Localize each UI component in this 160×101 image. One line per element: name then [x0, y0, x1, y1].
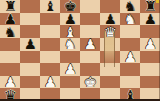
piece-white-knight-g7[interactable]: ♞: [123, 13, 136, 25]
piece-white-pawn-a2[interactable]: ♟: [3, 76, 16, 88]
piece-white-knight-d5[interactable]: ♞: [63, 38, 76, 50]
square-e2[interactable]: ♚: [80, 76, 100, 89]
square-f2[interactable]: [100, 76, 120, 89]
square-h5[interactable]: ♟: [140, 38, 160, 51]
piece-white-pawn-c2[interactable]: ♟: [43, 76, 56, 88]
square-c7[interactable]: [40, 13, 60, 26]
board-bottom-edge: [0, 99, 160, 101]
piece-white-king-e2[interactable]: ♚: [83, 76, 96, 88]
square-b3[interactable]: [20, 63, 40, 76]
square-c4[interactable]: [40, 51, 60, 64]
piece-black-pawn-d7[interactable]: ♟: [63, 13, 76, 25]
square-b5[interactable]: ♟: [20, 38, 40, 51]
board-right-edge: [159, 0, 160, 101]
chess-board-window: ♜♝♚♞♜♟♟♟♞♟♞♝♛♟♞♟♟♟♟♟♟♚♛♝: [0, 0, 160, 101]
square-e4[interactable]: [80, 51, 100, 64]
piece-white-pawn-h5[interactable]: ♟: [143, 38, 156, 50]
square-a6[interactable]: ♞: [0, 25, 20, 38]
square-c8[interactable]: ♝: [40, 0, 60, 13]
square-e7[interactable]: [80, 13, 100, 26]
square-h4[interactable]: [140, 51, 160, 64]
square-g7[interactable]: ♞: [120, 13, 140, 26]
square-b4[interactable]: [20, 51, 40, 64]
piece-black-pawn-f7[interactable]: ♟: [103, 13, 116, 25]
square-d3[interactable]: ♟: [60, 63, 80, 76]
square-h7[interactable]: ♟: [140, 13, 160, 26]
square-d5[interactable]: ♞: [60, 38, 80, 51]
square-g6[interactable]: [120, 25, 140, 38]
piece-black-bishop-c8[interactable]: ♝: [43, 0, 56, 12]
square-g4[interactable]: ♟: [120, 51, 140, 64]
square-h3[interactable]: [140, 63, 160, 76]
square-c6[interactable]: [40, 25, 60, 38]
square-a5[interactable]: [0, 38, 20, 51]
piece-white-pawn-d3[interactable]: ♟: [63, 64, 76, 76]
square-h2[interactable]: [140, 76, 160, 89]
piece-black-pawn-b5[interactable]: ♟: [23, 38, 36, 50]
piece-white-pawn-e5[interactable]: ♟: [83, 38, 96, 50]
square-f6[interactable]: ♛: [100, 25, 120, 38]
piece-white-pawn-g4[interactable]: ♟: [123, 51, 136, 63]
square-d2[interactable]: [60, 76, 80, 89]
piece-black-pawn-h7[interactable]: ♟: [143, 13, 156, 25]
square-c2[interactable]: ♟: [40, 76, 60, 89]
piece-black-knight-a6[interactable]: ♞: [3, 26, 16, 38]
square-b7[interactable]: [20, 13, 40, 26]
square-a4[interactable]: [0, 51, 20, 64]
piece-white-queen-f6[interactable]: ♛: [103, 26, 116, 38]
square-e8[interactable]: [80, 0, 100, 13]
chess-board: ♜♝♚♞♜♟♟♟♞♟♞♝♛♟♞♟♟♟♟♟♟♚♛♝: [0, 0, 160, 101]
square-g3[interactable]: [120, 63, 140, 76]
square-b8[interactable]: [20, 0, 40, 13]
piece-black-pawn-a7[interactable]: ♟: [3, 13, 16, 25]
corner-artifact-dot: [156, 0, 159, 3]
square-b2[interactable]: [20, 76, 40, 89]
square-e5[interactable]: ♟: [80, 38, 100, 51]
square-c5[interactable]: [40, 38, 60, 51]
